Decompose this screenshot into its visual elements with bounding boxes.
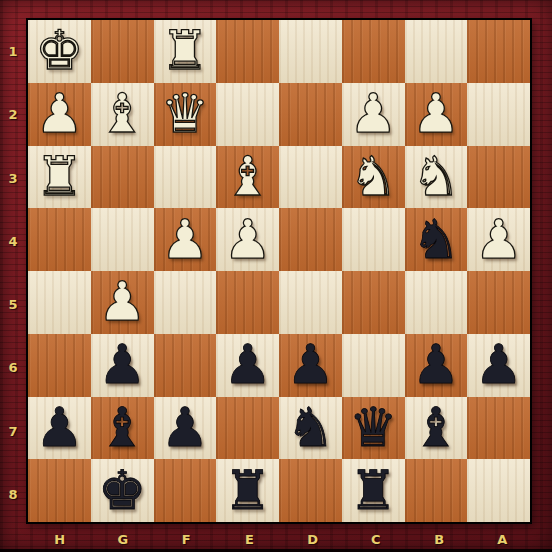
piece-white-bishop: ♝ xyxy=(98,87,146,141)
piece-black-knight: ♞ xyxy=(286,401,334,455)
piece-white-pawn: ♟ xyxy=(223,213,271,267)
square-b5[interactable] xyxy=(405,271,468,334)
square-a1[interactable] xyxy=(467,20,530,83)
square-e7[interactable] xyxy=(216,397,279,460)
square-c8[interactable]: ♜ xyxy=(342,459,405,522)
square-g5[interactable]: ♟ xyxy=(91,271,154,334)
piece-black-bishop: ♝ xyxy=(98,401,146,455)
square-a4[interactable]: ♟ xyxy=(467,208,530,271)
chessboard-frame: 12345678 HGFEDCBA ♚♜♟♝♛♟♟♜♝♞♞♟♟♞♟♟♟♟♟♟♟♟… xyxy=(0,0,552,552)
rank-label-3: 3 xyxy=(0,147,26,210)
rank-label-7: 7 xyxy=(0,400,26,463)
square-h8[interactable] xyxy=(28,459,91,522)
piece-white-pawn: ♟ xyxy=(161,213,209,267)
file-label-a: A xyxy=(471,529,534,549)
square-g4[interactable] xyxy=(91,208,154,271)
square-e4[interactable]: ♟ xyxy=(216,208,279,271)
square-g1[interactable] xyxy=(91,20,154,83)
square-h5[interactable] xyxy=(28,271,91,334)
square-a2[interactable] xyxy=(467,83,530,146)
square-e2[interactable] xyxy=(216,83,279,146)
square-h7[interactable]: ♟ xyxy=(28,397,91,460)
square-c3[interactable]: ♞ xyxy=(342,146,405,209)
square-c1[interactable] xyxy=(342,20,405,83)
square-f7[interactable]: ♟ xyxy=(154,397,217,460)
file-label-e: E xyxy=(218,529,281,549)
square-b1[interactable] xyxy=(405,20,468,83)
piece-white-queen: ♛ xyxy=(161,87,209,141)
square-c5[interactable] xyxy=(342,271,405,334)
square-c6[interactable] xyxy=(342,334,405,397)
square-e5[interactable] xyxy=(216,271,279,334)
square-c7[interactable]: ♛ xyxy=(342,397,405,460)
square-g3[interactable] xyxy=(91,146,154,209)
square-h3[interactable]: ♜ xyxy=(28,146,91,209)
piece-white-pawn: ♟ xyxy=(474,213,522,267)
rank-label-5: 5 xyxy=(0,273,26,336)
piece-white-pawn: ♟ xyxy=(349,87,397,141)
piece-black-pawn: ♟ xyxy=(412,338,460,392)
file-label-h: H xyxy=(28,529,91,549)
square-f8[interactable] xyxy=(154,459,217,522)
square-f5[interactable] xyxy=(154,271,217,334)
square-d8[interactable] xyxy=(279,459,342,522)
square-b3[interactable]: ♞ xyxy=(405,146,468,209)
square-a3[interactable] xyxy=(467,146,530,209)
file-labels: HGFEDCBA xyxy=(28,529,534,549)
piece-white-knight: ♞ xyxy=(412,150,460,204)
piece-black-pawn: ♟ xyxy=(286,338,334,392)
piece-white-rook: ♜ xyxy=(35,150,83,204)
square-e1[interactable] xyxy=(216,20,279,83)
square-h4[interactable] xyxy=(28,208,91,271)
rank-label-8: 8 xyxy=(0,463,26,526)
square-b4[interactable]: ♞ xyxy=(405,208,468,271)
piece-white-pawn: ♟ xyxy=(98,275,146,329)
square-d5[interactable] xyxy=(279,271,342,334)
piece-white-pawn: ♟ xyxy=(35,87,83,141)
square-e3[interactable]: ♝ xyxy=(216,146,279,209)
square-f6[interactable] xyxy=(154,334,217,397)
rank-label-6: 6 xyxy=(0,336,26,399)
rank-labels: 12345678 xyxy=(0,20,26,526)
square-g6[interactable]: ♟ xyxy=(91,334,154,397)
square-d1[interactable] xyxy=(279,20,342,83)
square-b6[interactable]: ♟ xyxy=(405,334,468,397)
piece-black-queen: ♛ xyxy=(349,401,397,455)
square-b7[interactable]: ♝ xyxy=(405,397,468,460)
square-b8[interactable] xyxy=(405,459,468,522)
square-f3[interactable] xyxy=(154,146,217,209)
square-h6[interactable] xyxy=(28,334,91,397)
square-g8[interactable]: ♚ xyxy=(91,459,154,522)
file-label-b: B xyxy=(408,529,471,549)
square-d6[interactable]: ♟ xyxy=(279,334,342,397)
rank-label-2: 2 xyxy=(0,83,26,146)
square-c2[interactable]: ♟ xyxy=(342,83,405,146)
square-d3[interactable] xyxy=(279,146,342,209)
square-a6[interactable]: ♟ xyxy=(467,334,530,397)
square-g2[interactable]: ♝ xyxy=(91,83,154,146)
square-g7[interactable]: ♝ xyxy=(91,397,154,460)
square-f2[interactable]: ♛ xyxy=(154,83,217,146)
piece-black-pawn: ♟ xyxy=(223,338,271,392)
file-label-g: G xyxy=(91,529,154,549)
piece-black-king: ♚ xyxy=(98,464,146,518)
square-h2[interactable]: ♟ xyxy=(28,83,91,146)
piece-white-pawn: ♟ xyxy=(412,87,460,141)
piece-black-pawn: ♟ xyxy=(98,338,146,392)
square-f4[interactable]: ♟ xyxy=(154,208,217,271)
piece-white-bishop: ♝ xyxy=(223,150,271,204)
piece-black-pawn: ♟ xyxy=(35,401,83,455)
file-label-f: F xyxy=(155,529,218,549)
square-d7[interactable]: ♞ xyxy=(279,397,342,460)
square-d4[interactable] xyxy=(279,208,342,271)
rank-label-4: 4 xyxy=(0,210,26,273)
square-f1[interactable]: ♜ xyxy=(154,20,217,83)
piece-black-knight: ♞ xyxy=(412,213,460,267)
piece-white-rook: ♜ xyxy=(161,24,209,78)
square-c4[interactable] xyxy=(342,208,405,271)
rank-label-1: 1 xyxy=(0,20,26,83)
piece-black-pawn: ♟ xyxy=(474,338,522,392)
piece-black-pawn: ♟ xyxy=(161,401,209,455)
piece-black-rook: ♜ xyxy=(349,464,397,518)
square-h1[interactable]: ♚ xyxy=(28,20,91,83)
square-e8[interactable]: ♜ xyxy=(216,459,279,522)
file-label-c: C xyxy=(344,529,407,549)
piece-white-knight: ♞ xyxy=(349,150,397,204)
square-a8[interactable] xyxy=(467,459,530,522)
square-a7[interactable] xyxy=(467,397,530,460)
chess-board: ♚♜♟♝♛♟♟♜♝♞♞♟♟♞♟♟♟♟♟♟♟♟♝♟♞♛♝♚♜♜ xyxy=(26,18,532,524)
square-b2[interactable]: ♟ xyxy=(405,83,468,146)
piece-black-rook: ♜ xyxy=(223,464,271,518)
square-d2[interactable] xyxy=(279,83,342,146)
piece-white-king: ♚ xyxy=(35,24,83,78)
square-a5[interactable] xyxy=(467,271,530,334)
piece-black-bishop: ♝ xyxy=(412,401,460,455)
square-e6[interactable]: ♟ xyxy=(216,334,279,397)
file-label-d: D xyxy=(281,529,344,549)
